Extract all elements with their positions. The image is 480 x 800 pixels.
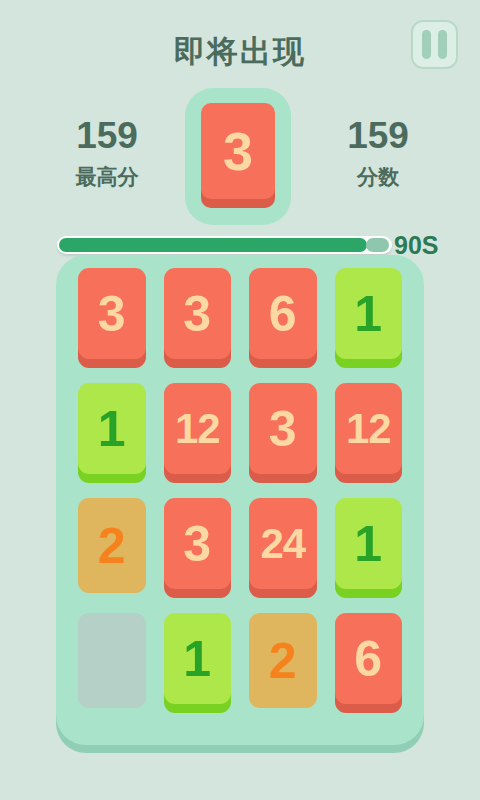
timer-progress-fill [59,238,367,252]
tile-grid: 336111231223241126 [78,268,402,713]
board-cell-r3c4: 1 [335,498,403,598]
empty-cell [78,613,146,708]
board-cell-r2c1: 1 [78,383,146,483]
page-title: 即将出现 [0,31,480,73]
next-tile-container: 3 [185,88,291,225]
best-score-label: 最高分 [47,163,167,191]
tile-1-r3c4[interactable]: 1 [335,498,403,589]
board-cell-r1c4: 1 [335,268,403,368]
board-cell-r4c3: 2 [249,613,317,713]
board-cell-r3c3: 24 [249,498,317,598]
board-cell-r2c2: 12 [164,383,232,483]
tile-6-r1c3[interactable]: 6 [249,268,317,359]
board-cell-r2c3: 3 [249,383,317,483]
best-score-block: 159 最高分 [47,117,167,191]
tile-6-r4c4[interactable]: 6 [335,613,403,704]
game-screen: 即将出现 159 最高分 3 159 分数 90S 33611123122324… [0,0,480,800]
next-tile: 3 [201,103,275,199]
tile-1-r2c1[interactable]: 1 [78,383,146,474]
current-score-label: 分数 [318,163,438,191]
current-score-value: 159 [318,117,438,154]
best-score-value: 159 [47,117,167,154]
board-cell-r1c1: 3 [78,268,146,368]
tile-3-r2c3[interactable]: 3 [249,383,317,474]
pause-icon [422,30,431,59]
tile-12-r2c4[interactable]: 12 [335,383,403,474]
tile-24-r3c3[interactable]: 24 [249,498,317,589]
board-cell-r1c3: 6 [249,268,317,368]
tile-1-r4c2[interactable]: 1 [164,613,232,704]
board-cell-r4c4: 6 [335,613,403,713]
pause-icon [438,30,447,59]
tile-3-r1c1[interactable]: 3 [78,268,146,359]
board-cell-r2c4: 12 [335,383,403,483]
pause-button[interactable] [411,20,458,69]
tile-12-r2c2[interactable]: 12 [164,383,232,474]
board-cell-r3c2: 3 [164,498,232,598]
tile-1-r1c4[interactable]: 1 [335,268,403,359]
tile-2-r4c3[interactable]: 2 [249,613,317,708]
timer-progress-bar [57,236,392,254]
board-cell-r4c2: 1 [164,613,232,713]
tile-3-r3c2[interactable]: 3 [164,498,232,589]
timer-progress-cap [366,238,389,252]
board-cell-r3c1: 2 [78,498,146,598]
game-board[interactable]: 336111231223241126 [56,255,424,745]
tile-2-r3c1[interactable]: 2 [78,498,146,593]
board-cell-r1c2: 3 [164,268,232,368]
current-score-block: 159 分数 [318,117,438,191]
tile-3-r1c2[interactable]: 3 [164,268,232,359]
board-cell-r4c1 [78,613,146,713]
